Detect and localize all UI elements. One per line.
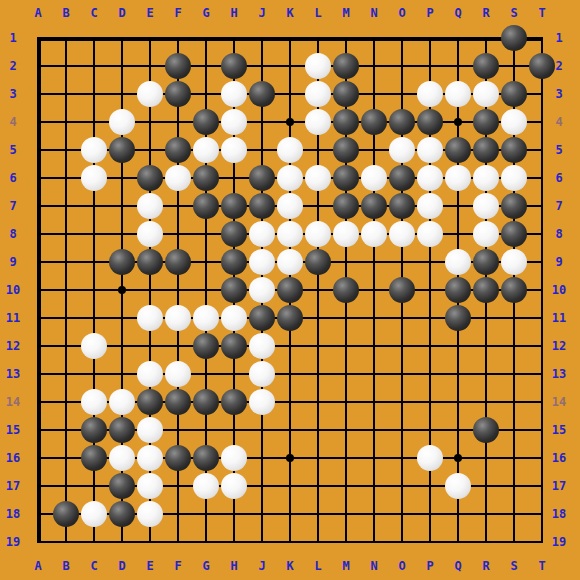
intersection-P13[interactable] (416, 360, 444, 388)
intersection-G19[interactable] (192, 528, 220, 556)
column-label-A: A (24, 553, 52, 579)
intersection-P12[interactable] (416, 332, 444, 360)
intersection-T7[interactable] (528, 192, 556, 220)
intersection-L13[interactable] (304, 360, 332, 388)
intersection-S15[interactable] (500, 416, 528, 444)
intersection-O19[interactable] (388, 528, 416, 556)
intersection-M2 (332, 52, 360, 80)
intersection-C10[interactable] (80, 276, 108, 304)
intersection-L14[interactable] (304, 388, 332, 416)
intersection-J17[interactable] (248, 472, 276, 500)
intersection-R12[interactable] (472, 332, 500, 360)
intersection-B3[interactable] (52, 80, 80, 108)
intersection-E5[interactable] (136, 136, 164, 164)
column-label-J: J (248, 0, 276, 26)
intersection-L8 (304, 220, 332, 248)
intersection-G13[interactable] (192, 360, 220, 388)
intersection-C1[interactable] (80, 24, 108, 52)
intersection-N12[interactable] (360, 332, 388, 360)
intersection-F1[interactable] (164, 24, 192, 52)
intersection-G16 (192, 444, 220, 472)
black-stone-K10 (277, 277, 303, 303)
intersection-N17[interactable] (360, 472, 388, 500)
intersection-B14[interactable] (52, 388, 80, 416)
intersection-T5[interactable] (528, 136, 556, 164)
intersection-L11[interactable] (304, 304, 332, 332)
intersection-G2[interactable] (192, 52, 220, 80)
intersection-N13[interactable] (360, 360, 388, 388)
intersection-D8[interactable] (108, 220, 136, 248)
intersection-Q7[interactable] (444, 192, 472, 220)
intersection-R16[interactable] (472, 444, 500, 472)
white-stone-J13 (249, 361, 275, 387)
intersection-L18[interactable] (304, 500, 332, 528)
intersection-O14[interactable] (388, 388, 416, 416)
intersection-G5 (192, 136, 220, 164)
intersection-D1[interactable] (108, 24, 136, 52)
intersection-F9 (164, 248, 192, 276)
intersection-O13[interactable] (388, 360, 416, 388)
intersection-E17 (136, 472, 164, 500)
black-stone-J11 (249, 305, 275, 331)
intersection-N11[interactable] (360, 304, 388, 332)
intersection-S16[interactable] (500, 444, 528, 472)
intersection-B10[interactable] (52, 276, 80, 304)
intersection-M6 (332, 164, 360, 192)
intersection-A4[interactable] (24, 108, 52, 136)
intersection-B4[interactable] (52, 108, 80, 136)
intersection-Q1[interactable] (444, 24, 472, 52)
intersection-K7 (276, 192, 304, 220)
intersection-Q19[interactable] (444, 528, 472, 556)
intersection-S13[interactable] (500, 360, 528, 388)
intersection-S8 (500, 220, 528, 248)
intersection-S2[interactable] (500, 52, 528, 80)
intersection-A15[interactable] (24, 416, 52, 444)
black-stone-M3 (333, 81, 359, 107)
intersection-O2[interactable] (388, 52, 416, 80)
intersection-E2[interactable] (136, 52, 164, 80)
intersection-M11[interactable] (332, 304, 360, 332)
intersection-T19[interactable] (528, 528, 556, 556)
intersection-B5[interactable] (52, 136, 80, 164)
intersection-B16[interactable] (52, 444, 80, 472)
column-label-N: N (360, 0, 388, 26)
intersection-M15[interactable] (332, 416, 360, 444)
intersection-B6[interactable] (52, 164, 80, 192)
intersection-N14[interactable] (360, 388, 388, 416)
column-label-K: K (276, 553, 304, 579)
intersection-O12[interactable] (388, 332, 416, 360)
intersection-E14 (136, 388, 164, 416)
intersection-F15[interactable] (164, 416, 192, 444)
intersection-N10[interactable] (360, 276, 388, 304)
intersection-J2[interactable] (248, 52, 276, 80)
intersection-D2[interactable] (108, 52, 136, 80)
intersection-Q8[interactable] (444, 220, 472, 248)
intersection-T4[interactable] (528, 108, 556, 136)
white-stone-N6 (361, 165, 387, 191)
intersection-L7[interactable] (304, 192, 332, 220)
intersection-M14[interactable] (332, 388, 360, 416)
intersection-M13[interactable] (332, 360, 360, 388)
intersection-H18[interactable] (220, 500, 248, 528)
intersection-J4[interactable] (248, 108, 276, 136)
intersection-N15[interactable] (360, 416, 388, 444)
intersection-K4[interactable] (276, 108, 304, 136)
intersection-R1[interactable] (472, 24, 500, 52)
intersection-O1[interactable] (388, 24, 416, 52)
intersection-E1[interactable] (136, 24, 164, 52)
intersection-Q2[interactable] (444, 52, 472, 80)
intersection-C17[interactable] (80, 472, 108, 500)
intersection-A5[interactable] (24, 136, 52, 164)
intersection-P5 (416, 136, 444, 164)
white-stone-L2 (305, 53, 331, 79)
intersection-P19[interactable] (416, 528, 444, 556)
intersection-B8[interactable] (52, 220, 80, 248)
intersection-F19[interactable] (164, 528, 192, 556)
intersection-A7[interactable] (24, 192, 52, 220)
intersection-F7[interactable] (164, 192, 192, 220)
intersection-A13[interactable] (24, 360, 52, 388)
intersection-R13[interactable] (472, 360, 500, 388)
intersection-B13[interactable] (52, 360, 80, 388)
intersection-B19[interactable] (52, 528, 80, 556)
intersection-Q11 (444, 304, 472, 332)
intersection-N19[interactable] (360, 528, 388, 556)
intersection-N18[interactable] (360, 500, 388, 528)
intersection-T3[interactable] (528, 80, 556, 108)
black-stone-D9 (109, 249, 135, 275)
intersection-C8[interactable] (80, 220, 108, 248)
intersection-Q13[interactable] (444, 360, 472, 388)
white-stone-P6 (417, 165, 443, 191)
intersection-A10[interactable] (24, 276, 52, 304)
intersection-M4 (332, 108, 360, 136)
intersection-J18[interactable] (248, 500, 276, 528)
intersection-B2[interactable] (52, 52, 80, 80)
intersection-K1[interactable] (276, 24, 304, 52)
intersection-K12[interactable] (276, 332, 304, 360)
black-stone-Q10 (445, 277, 471, 303)
intersection-A8[interactable] (24, 220, 52, 248)
intersection-P11[interactable] (416, 304, 444, 332)
intersection-M12[interactable] (332, 332, 360, 360)
intersection-T13[interactable] (528, 360, 556, 388)
intersection-G6 (192, 164, 220, 192)
intersection-D17 (108, 472, 136, 500)
intersection-Q18[interactable] (444, 500, 472, 528)
intersection-Q15[interactable] (444, 416, 472, 444)
black-stone-H8 (221, 221, 247, 247)
intersection-M8 (332, 220, 360, 248)
intersection-D19[interactable] (108, 528, 136, 556)
intersection-T10[interactable] (528, 276, 556, 304)
intersection-K17[interactable] (276, 472, 304, 500)
intersection-G15[interactable] (192, 416, 220, 444)
intersection-L1[interactable] (304, 24, 332, 52)
black-stone-H12 (221, 333, 247, 359)
black-stone-F3 (165, 81, 191, 107)
intersection-A3[interactable] (24, 80, 52, 108)
intersection-E19[interactable] (136, 528, 164, 556)
intersection-T17[interactable] (528, 472, 556, 500)
row-labels-left: 12345678910111213141516171819 (0, 24, 26, 556)
intersection-J16[interactable] (248, 444, 276, 472)
intersection-H19[interactable] (220, 528, 248, 556)
intersection-A2[interactable] (24, 52, 52, 80)
intersection-Q5 (444, 136, 472, 164)
intersection-E10[interactable] (136, 276, 164, 304)
intersection-L19[interactable] (304, 528, 332, 556)
intersection-N2[interactable] (360, 52, 388, 80)
intersection-A19[interactable] (24, 528, 52, 556)
intersection-N9[interactable] (360, 248, 388, 276)
intersection-K3[interactable] (276, 80, 304, 108)
intersection-Q14[interactable] (444, 388, 472, 416)
intersection-R18[interactable] (472, 500, 500, 528)
white-stone-O5 (389, 137, 415, 163)
white-stone-J8 (249, 221, 275, 247)
intersection-B12[interactable] (52, 332, 80, 360)
intersection-G1[interactable] (192, 24, 220, 52)
intersection-A18[interactable] (24, 500, 52, 528)
intersection-G10[interactable] (192, 276, 220, 304)
intersection-O11[interactable] (388, 304, 416, 332)
intersection-J15[interactable] (248, 416, 276, 444)
intersection-R11[interactable] (472, 304, 500, 332)
intersection-S7 (500, 192, 528, 220)
intersection-P18[interactable] (416, 500, 444, 528)
intersection-T8[interactable] (528, 220, 556, 248)
intersection-C13[interactable] (80, 360, 108, 388)
column-label-K: K (276, 0, 304, 26)
intersection-H15[interactable] (220, 416, 248, 444)
intersection-B17[interactable] (52, 472, 80, 500)
intersection-Q4[interactable] (444, 108, 472, 136)
intersection-C19[interactable] (80, 528, 108, 556)
intersection-G8[interactable] (192, 220, 220, 248)
intersection-O18[interactable] (388, 500, 416, 528)
black-stone-B18 (53, 501, 79, 527)
intersection-B15[interactable] (52, 416, 80, 444)
intersection-J1[interactable] (248, 24, 276, 52)
column-labels-top: ABCDEFGHJKLMNOPQRST (24, 0, 556, 26)
intersection-L15[interactable] (304, 416, 332, 444)
intersection-B9[interactable] (52, 248, 80, 276)
intersection-H1[interactable] (220, 24, 248, 52)
intersection-C2[interactable] (80, 52, 108, 80)
intersection-K2[interactable] (276, 52, 304, 80)
intersection-H13[interactable] (220, 360, 248, 388)
intersection-C3[interactable] (80, 80, 108, 108)
black-stone-E6 (137, 165, 163, 191)
intersection-F4[interactable] (164, 108, 192, 136)
intersection-F14 (164, 388, 192, 416)
white-stone-J10 (249, 277, 275, 303)
white-stone-C12 (81, 333, 107, 359)
black-stone-G14 (193, 389, 219, 415)
intersection-E12[interactable] (136, 332, 164, 360)
intersection-P10[interactable] (416, 276, 444, 304)
intersection-O16[interactable] (388, 444, 416, 472)
white-stone-E11 (137, 305, 163, 331)
intersection-T9[interactable] (528, 248, 556, 276)
intersection-L17[interactable] (304, 472, 332, 500)
intersection-T12[interactable] (528, 332, 556, 360)
intersection-K18[interactable] (276, 500, 304, 528)
intersection-O3[interactable] (388, 80, 416, 108)
intersection-A16[interactable] (24, 444, 52, 472)
intersection-J19[interactable] (248, 528, 276, 556)
intersection-E8 (136, 220, 164, 248)
intersection-T16[interactable] (528, 444, 556, 472)
intersection-M19[interactable] (332, 528, 360, 556)
intersection-Q16[interactable] (444, 444, 472, 472)
intersection-F10[interactable] (164, 276, 192, 304)
intersection-D10[interactable] (108, 276, 136, 304)
intersection-N3[interactable] (360, 80, 388, 108)
intersection-F18[interactable] (164, 500, 192, 528)
intersection-O9[interactable] (388, 248, 416, 276)
intersection-F12[interactable] (164, 332, 192, 360)
intersection-M18[interactable] (332, 500, 360, 528)
intersection-N8 (360, 220, 388, 248)
column-label-T: T (528, 0, 556, 26)
intersection-E4[interactable] (136, 108, 164, 136)
intersection-N16[interactable] (360, 444, 388, 472)
intersection-L6 (304, 164, 332, 192)
intersection-S18[interactable] (500, 500, 528, 528)
intersection-K15[interactable] (276, 416, 304, 444)
intersection-E13 (136, 360, 164, 388)
intersection-K19[interactable] (276, 528, 304, 556)
intersection-A1[interactable] (24, 24, 52, 52)
intersection-R17[interactable] (472, 472, 500, 500)
intersection-G3[interactable] (192, 80, 220, 108)
intersection-S14[interactable] (500, 388, 528, 416)
intersection-M17[interactable] (332, 472, 360, 500)
intersection-M9[interactable] (332, 248, 360, 276)
intersection-C4[interactable] (80, 108, 108, 136)
intersection-G9[interactable] (192, 248, 220, 276)
intersection-R19[interactable] (472, 528, 500, 556)
intersection-G18[interactable] (192, 500, 220, 528)
white-stone-H16 (221, 445, 247, 471)
row-label-2: 2 (0, 52, 26, 80)
intersection-B7[interactable] (52, 192, 80, 220)
intersection-D7[interactable] (108, 192, 136, 220)
white-stone-N8 (361, 221, 387, 247)
intersection-N5[interactable] (360, 136, 388, 164)
white-stone-R8 (473, 221, 499, 247)
intersection-P1[interactable] (416, 24, 444, 52)
intersection-S17[interactable] (500, 472, 528, 500)
intersection-K16[interactable] (276, 444, 304, 472)
intersection-O17[interactable] (388, 472, 416, 500)
intersection-N1[interactable] (360, 24, 388, 52)
intersection-Q12[interactable] (444, 332, 472, 360)
intersection-N6 (360, 164, 388, 192)
intersection-M5 (332, 136, 360, 164)
intersection-A14[interactable] (24, 388, 52, 416)
intersection-K13[interactable] (276, 360, 304, 388)
intersection-J5[interactable] (248, 136, 276, 164)
intersection-A12[interactable] (24, 332, 52, 360)
intersection-P2[interactable] (416, 52, 444, 80)
intersection-T11[interactable] (528, 304, 556, 332)
intersection-H3 (220, 80, 248, 108)
intersection-C11[interactable] (80, 304, 108, 332)
intersection-T18[interactable] (528, 500, 556, 528)
intersection-A6[interactable] (24, 164, 52, 192)
intersection-A17[interactable] (24, 472, 52, 500)
star-point-Q16 (454, 454, 462, 462)
intersection-M1[interactable] (332, 24, 360, 52)
column-label-B: B (52, 553, 80, 579)
intersection-S12[interactable] (500, 332, 528, 360)
black-stone-S10 (501, 277, 527, 303)
intersection-L12[interactable] (304, 332, 332, 360)
intersection-D3[interactable] (108, 80, 136, 108)
intersection-P4 (416, 108, 444, 136)
intersection-D11[interactable] (108, 304, 136, 332)
intersection-A11[interactable] (24, 304, 52, 332)
intersection-E9 (136, 248, 164, 276)
intersection-F8[interactable] (164, 220, 192, 248)
intersection-L16[interactable] (304, 444, 332, 472)
intersection-K14[interactable] (276, 388, 304, 416)
intersection-T15[interactable] (528, 416, 556, 444)
intersection-T1[interactable] (528, 24, 556, 52)
intersection-C9[interactable] (80, 248, 108, 276)
intersection-B1[interactable] (52, 24, 80, 52)
row-label-4: 4 (0, 108, 26, 136)
intersection-B11[interactable] (52, 304, 80, 332)
intersection-C7[interactable] (80, 192, 108, 220)
intersection-L4 (304, 108, 332, 136)
intersection-L10[interactable] (304, 276, 332, 304)
intersection-H6[interactable] (220, 164, 248, 192)
intersection-D12[interactable] (108, 332, 136, 360)
black-stone-T2 (529, 53, 555, 79)
black-stone-M10 (333, 277, 359, 303)
white-stone-E8 (137, 221, 163, 247)
intersection-F17[interactable] (164, 472, 192, 500)
intersection-L5[interactable] (304, 136, 332, 164)
intersection-D6[interactable] (108, 164, 136, 192)
intersection-P17[interactable] (416, 472, 444, 500)
intersection-P15[interactable] (416, 416, 444, 444)
intersection-R14[interactable] (472, 388, 500, 416)
intersection-S19[interactable] (500, 528, 528, 556)
black-stone-G6 (193, 165, 219, 191)
intersection-M16[interactable] (332, 444, 360, 472)
intersection-O15[interactable] (388, 416, 416, 444)
row-label-15: 15 (0, 416, 26, 444)
intersection-T14[interactable] (528, 388, 556, 416)
intersection-P9[interactable] (416, 248, 444, 276)
intersection-P14[interactable] (416, 388, 444, 416)
intersection-A9[interactable] (24, 248, 52, 276)
intersection-D13[interactable] (108, 360, 136, 388)
intersection-D4 (108, 108, 136, 136)
intersection-T6[interactable] (528, 164, 556, 192)
black-stone-S5 (501, 137, 527, 163)
column-label-J: J (248, 553, 276, 579)
intersection-S11[interactable] (500, 304, 528, 332)
